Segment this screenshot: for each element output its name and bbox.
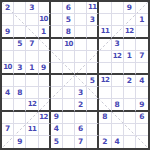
cell-r9c8[interactable] [87, 99, 99, 111]
cell-r10c7[interactable] [75, 112, 87, 124]
cell-r4c10[interactable]: 3 [112, 39, 124, 51]
cell-r4c1[interactable] [2, 39, 14, 51]
cell-r7c8[interactable]: 5 [87, 75, 99, 87]
cell-r4c6[interactable]: 10 [63, 39, 75, 51]
cell-r12c5[interactable]: 5 [51, 136, 63, 148]
cell-r11c7[interactable]: 6 [75, 124, 87, 136]
cell-r5c3[interactable] [26, 51, 38, 63]
cell-r10c4[interactable]: 12 [39, 112, 51, 124]
cell-r11c11[interactable] [124, 124, 136, 136]
cell-r9c1[interactable] [2, 99, 14, 111]
cell-r5c7[interactable] [75, 51, 87, 63]
cell-r5c10[interactable]: 12 [112, 51, 124, 63]
cell-r11c3[interactable]: 11 [26, 124, 38, 136]
cell-r12c9[interactable]: 2 [99, 136, 111, 148]
cell-r5c12[interactable]: 7 [136, 51, 148, 63]
cell-r4c12[interactable] [136, 39, 148, 51]
cell-r6c3[interactable]: 1 [26, 63, 38, 75]
cell-r4c5[interactable] [51, 39, 63, 51]
cell-r6c5[interactable] [51, 63, 63, 75]
cell-r10c9[interactable]: 8 [99, 112, 111, 124]
cell-r4c8[interactable] [87, 39, 99, 51]
cell-r1c12[interactable] [136, 2, 148, 14]
cell-r1c6[interactable]: 6 [63, 2, 75, 14]
cell-r1c1[interactable]: 2 [2, 2, 14, 14]
cell-r7c11[interactable]: 2 [124, 75, 136, 87]
cell-r4c9[interactable] [99, 39, 111, 51]
cell-r2c11[interactable] [124, 14, 136, 26]
cell-r8c1[interactable]: 4 [2, 87, 14, 99]
sudoku-puzzle: 2361191053191811125710312171031951224483… [0, 0, 150, 150]
sudoku-board: 2361191053191811125710312171031951224483… [0, 0, 150, 150]
cell-r8c3[interactable] [26, 87, 38, 99]
cell-r11c10[interactable] [112, 124, 124, 136]
cell-r10c12[interactable]: 6 [136, 112, 148, 124]
cell-r11c4[interactable] [39, 124, 51, 136]
cell-r2c7[interactable] [75, 14, 87, 26]
cell-r8c10[interactable] [112, 87, 124, 99]
cell-r6c9[interactable] [99, 63, 111, 75]
cell-r8c9[interactable] [99, 87, 111, 99]
cell-r1c7[interactable] [75, 2, 87, 14]
cell-r3c1[interactable]: 9 [2, 26, 14, 38]
cell-r3c12[interactable] [136, 26, 148, 38]
cell-r6c7[interactable] [75, 63, 87, 75]
cell-r2c8[interactable]: 3 [87, 14, 99, 26]
cell-r5c11[interactable]: 1 [124, 51, 136, 63]
cell-r4c7[interactable] [75, 39, 87, 51]
cell-r8c7[interactable]: 3 [75, 87, 87, 99]
cell-r5c5[interactable] [51, 51, 63, 63]
cell-r7c7[interactable] [75, 75, 87, 87]
cell-r5c1[interactable] [2, 51, 14, 63]
cell-r2c6[interactable]: 5 [63, 14, 75, 26]
cell-r10c1[interactable] [2, 112, 14, 124]
cell-r11c2[interactable] [14, 124, 26, 136]
cell-r1c11[interactable]: 9 [124, 2, 136, 14]
cell-r8c2[interactable]: 8 [14, 87, 26, 99]
cell-r3c7[interactable] [75, 26, 87, 38]
cell-r11c12[interactable] [136, 124, 148, 136]
cell-r12c7[interactable]: 7 [75, 136, 87, 148]
cell-r3c8[interactable] [87, 26, 99, 38]
cell-r3c6[interactable]: 8 [63, 26, 75, 38]
cell-r9c12[interactable]: 9 [136, 99, 148, 111]
cell-r12c6[interactable] [63, 136, 75, 148]
cell-r6c2[interactable]: 3 [14, 63, 26, 75]
cell-r3c5[interactable] [51, 26, 63, 38]
cell-r2c2[interactable] [14, 14, 26, 26]
cell-r12c1[interactable] [2, 136, 14, 148]
cell-r10c11[interactable] [124, 112, 136, 124]
cell-r11c1[interactable]: 7 [2, 124, 14, 136]
cell-r2c4[interactable]: 10 [39, 14, 51, 26]
cell-r9c10[interactable]: 8 [112, 99, 124, 111]
cell-r9c3[interactable]: 12 [26, 99, 38, 111]
cell-r1c4[interactable] [39, 2, 51, 14]
cell-r9c6[interactable] [63, 99, 75, 111]
cell-r9c5[interactable] [51, 99, 63, 111]
cell-r6c8[interactable] [87, 63, 99, 75]
cell-r1c2[interactable] [14, 2, 26, 14]
cell-r8c4[interactable] [39, 87, 51, 99]
cell-r12c11[interactable] [124, 136, 136, 148]
cell-r8c11[interactable] [124, 87, 136, 99]
cell-r3c3[interactable] [26, 26, 38, 38]
cell-r9c9[interactable] [99, 99, 111, 111]
cell-r7c10[interactable] [112, 75, 124, 87]
cell-r7c12[interactable]: 4 [136, 75, 148, 87]
cell-r3c10[interactable] [112, 26, 124, 38]
cell-r6c11[interactable] [124, 63, 136, 75]
cell-r9c2[interactable] [14, 99, 26, 111]
cell-r11c9[interactable] [99, 124, 111, 136]
cell-r12c8[interactable] [87, 136, 99, 148]
cell-r6c6[interactable] [63, 63, 75, 75]
cell-r10c8[interactable] [87, 112, 99, 124]
cell-r3c2[interactable] [14, 26, 26, 38]
cell-r12c12[interactable] [136, 136, 148, 148]
cell-r11c8[interactable] [87, 124, 99, 136]
cell-r3c11[interactable]: 12 [124, 26, 136, 38]
cell-r12c3[interactable] [26, 136, 38, 148]
cell-r7c4[interactable] [39, 75, 51, 87]
cell-r4c4[interactable] [39, 39, 51, 51]
cell-r5c4[interactable] [39, 51, 51, 63]
cell-r7c2[interactable] [14, 75, 26, 87]
cell-r5c6[interactable] [63, 51, 75, 63]
cell-r2c1[interactable] [2, 14, 14, 26]
cell-r2c12[interactable]: 1 [136, 14, 148, 26]
cell-r10c3[interactable] [26, 112, 38, 124]
cell-r6c1[interactable]: 10 [2, 63, 14, 75]
cell-r12c2[interactable]: 9 [14, 136, 26, 148]
cell-r7c9[interactable]: 12 [99, 75, 111, 87]
cell-r9c11[interactable] [124, 99, 136, 111]
cell-r8c6[interactable] [63, 87, 75, 99]
cell-r1c5[interactable] [51, 2, 63, 14]
cell-r10c5[interactable]: 9 [51, 112, 63, 124]
cell-r5c2[interactable] [14, 51, 26, 63]
cell-r2c9[interactable] [99, 14, 111, 26]
cell-r5c9[interactable] [99, 51, 111, 63]
cell-r12c4[interactable] [39, 136, 51, 148]
cell-r11c5[interactable]: 4 [51, 124, 63, 136]
cell-r4c11[interactable] [124, 39, 136, 51]
cell-r12c10[interactable]: 4 [112, 136, 124, 148]
cell-r1c8[interactable]: 11 [87, 2, 99, 14]
cell-r2c3[interactable] [26, 14, 38, 26]
cell-r8c8[interactable] [87, 87, 99, 99]
cell-r9c7[interactable]: 2 [75, 99, 87, 111]
cell-r7c5[interactable] [51, 75, 63, 87]
cell-r10c10[interactable] [112, 112, 124, 124]
cell-r11c6[interactable] [63, 124, 75, 136]
cell-r1c3[interactable]: 3 [26, 2, 38, 14]
cell-r10c2[interactable] [14, 112, 26, 124]
cell-r2c5[interactable] [51, 14, 63, 26]
cell-r8c5[interactable] [51, 87, 63, 99]
cell-r6c12[interactable] [136, 63, 148, 75]
cell-r5c8[interactable] [87, 51, 99, 63]
cell-r1c10[interactable] [112, 2, 124, 14]
cell-r4c3[interactable]: 7 [26, 39, 38, 51]
cell-r3c9[interactable]: 11 [99, 26, 111, 38]
cell-r7c6[interactable] [63, 75, 75, 87]
cell-r1c9[interactable] [99, 2, 111, 14]
cell-r9c4[interactable] [39, 99, 51, 111]
cell-r6c10[interactable] [112, 63, 124, 75]
cell-r8c12[interactable] [136, 87, 148, 99]
cell-r7c3[interactable] [26, 75, 38, 87]
cell-r6c4[interactable]: 9 [39, 63, 51, 75]
cell-r4c2[interactable]: 5 [14, 39, 26, 51]
cell-r3c4[interactable]: 1 [39, 26, 51, 38]
cell-r7c1[interactable] [2, 75, 14, 87]
cell-r2c10[interactable] [112, 14, 124, 26]
cell-r10c6[interactable] [63, 112, 75, 124]
